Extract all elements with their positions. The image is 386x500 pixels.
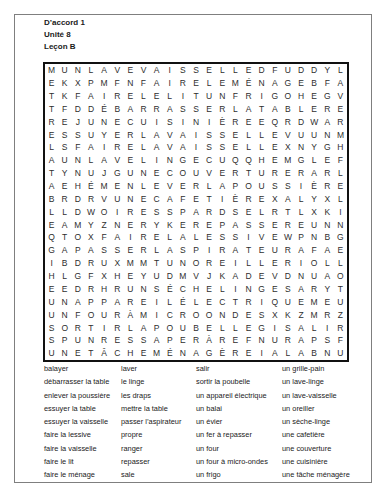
grid-cell-r9c5: J xyxy=(98,167,111,180)
word-item: faire la vaisselle xyxy=(44,442,121,455)
grid-cell-r3c23: V xyxy=(334,90,347,103)
grid-cell-r12c12: A xyxy=(189,206,202,219)
grid-cell-r12c16: E xyxy=(242,206,255,219)
grid-cell-r1c13: E xyxy=(203,64,216,77)
grid-cell-r6c17: L xyxy=(255,128,268,141)
grid-cell-r5c17: E xyxy=(255,115,268,128)
grid-cell-r17c10: D xyxy=(163,270,176,283)
grid-cell-r10c8: L xyxy=(137,180,150,193)
grid-cell-r23c14: È xyxy=(216,347,229,360)
grid-cell-r7c22: G xyxy=(321,141,334,154)
grid-cell-r19c23: U xyxy=(334,296,347,309)
grid-cell-r13c3: M xyxy=(71,218,84,231)
grid-cell-r14c10: L xyxy=(163,231,176,244)
grid-cell-r15c13: I xyxy=(203,244,216,257)
grid-cell-r20c2: N xyxy=(58,309,71,322)
grid-cell-r21c6: R xyxy=(111,321,124,334)
grid-cell-r17c15: A xyxy=(229,270,242,283)
grid-cell-r15c2: A xyxy=(58,244,71,257)
grid-cell-r20c10: C xyxy=(163,309,176,322)
grid-cell-r11c14: I xyxy=(216,193,229,206)
grid-cell-r20c17: S xyxy=(255,309,268,322)
grid-cell-r17c1: H xyxy=(45,270,58,283)
grid-cell-r5c7: C xyxy=(124,115,137,128)
grid-cell-r12c5: O xyxy=(98,206,111,219)
grid-cell-r4c4: D xyxy=(84,103,97,116)
grid-cell-r19c11: É xyxy=(176,296,189,309)
grid-cell-r17c8: Y xyxy=(137,270,150,283)
grid-cell-r20c22: R xyxy=(321,309,334,322)
grid-cell-r10c23: E xyxy=(334,180,347,193)
grid-cell-r23c9: M xyxy=(150,347,163,360)
grid-cell-r3c14: N xyxy=(216,90,229,103)
grid-cell-r19c22: E xyxy=(321,296,334,309)
grid-cell-r18c13: E xyxy=(203,283,216,296)
grid-cell-r5c10: S xyxy=(163,115,176,128)
grid-cell-r19c5: P xyxy=(98,296,111,309)
grid-cell-r10c10: V xyxy=(163,180,176,193)
grid-cell-r3c11: I xyxy=(176,90,189,103)
grid-cell-r15c15: A xyxy=(229,244,242,257)
grid-cell-r22c12: R xyxy=(189,334,202,347)
grid-cell-r12c14: D xyxy=(216,206,229,219)
grid-cell-r13c8: R xyxy=(137,218,150,231)
header-book-title: D’accord 1 xyxy=(44,17,85,29)
grid-cell-r13c16: S xyxy=(242,218,255,231)
grid-cell-r7c6: R xyxy=(111,141,124,154)
grid-cell-r22c21: P xyxy=(308,334,321,347)
grid-cell-r3c12: T xyxy=(189,90,202,103)
grid-cell-r8c19: M xyxy=(281,154,294,167)
grid-cell-r5c11: I xyxy=(176,115,189,128)
grid-cell-r5c12: N xyxy=(189,115,202,128)
word-list: balayerdébarrasser la tableenlever la po… xyxy=(44,362,350,482)
grid-cell-r14c2: T xyxy=(58,231,71,244)
grid-cell-r5c4: U xyxy=(84,115,97,128)
grid-cell-r20c7: À xyxy=(124,309,137,322)
grid-cell-r10c19: S xyxy=(281,180,294,193)
grid-cell-r21c7: L xyxy=(124,321,137,334)
word-item: un frigo xyxy=(196,468,282,481)
grid-cell-r7c9: A xyxy=(150,141,163,154)
grid-cell-r23c22: N xyxy=(321,347,334,360)
word-item: un oreiller xyxy=(282,402,350,415)
grid-cell-r5c19: R xyxy=(281,115,294,128)
grid-cell-r6c1: E xyxy=(45,128,58,141)
header-unit: Unité 8 xyxy=(44,29,85,41)
grid-cell-r20c11: R xyxy=(176,309,189,322)
grid-cell-r16c9: T xyxy=(150,257,163,270)
grid-cell-r4c1: T xyxy=(45,103,58,116)
grid-cell-r8c21: L xyxy=(308,154,321,167)
grid-cell-r1c5: A xyxy=(98,64,111,77)
grid-cell-r10c4: É xyxy=(84,180,97,193)
grid-cell-r9c7: U xyxy=(124,167,137,180)
grid-cell-r2c7: N xyxy=(124,77,137,90)
grid-cell-r21c19: S xyxy=(281,321,294,334)
word-item: enlever la poussière xyxy=(44,389,121,402)
grid-cell-r16c23: L xyxy=(334,257,347,270)
grid-cell-r8c20: G xyxy=(294,154,307,167)
grid-cell-r11c20: L xyxy=(294,193,307,206)
grid-cell-r14c5: F xyxy=(98,231,111,244)
grid-cell-r8c13: C xyxy=(203,154,216,167)
grid-cell-r17c21: U xyxy=(308,270,321,283)
word-search-grid: MUNLAVEVAISSELLEDFUDDYLEKXPMFNFAIRELEMÉN… xyxy=(43,62,349,362)
grid-cell-r10c18: S xyxy=(268,180,281,193)
grid-cell-r10c5: M xyxy=(98,180,111,193)
grid-cell-r2c11: R xyxy=(176,77,189,90)
grid-cell-r5c20: D xyxy=(294,115,307,128)
grid-cell-r3c8: L xyxy=(137,90,150,103)
word-item: un four xyxy=(196,442,282,455)
grid-cell-r19c14: C xyxy=(216,296,229,309)
grid-cell-r15c14: R xyxy=(216,244,229,257)
word-item: un lave-vaisselle xyxy=(282,389,350,402)
grid-cell-r2c23: A xyxy=(334,77,347,90)
grid-cell-r22c2: P xyxy=(58,334,71,347)
grid-cell-r9c10: C xyxy=(163,167,176,180)
grid-cell-r16c17: L xyxy=(255,257,268,270)
grid-cell-r15c3: P xyxy=(71,244,84,257)
grid-cell-r17c14: K xyxy=(216,270,229,283)
grid-cell-r5c5: N xyxy=(98,115,111,128)
grid-cell-r7c18: E xyxy=(268,141,281,154)
grid-cell-r20c21: M xyxy=(308,309,321,322)
grid-cell-r13c13: E xyxy=(203,218,216,231)
grid-cell-r18c9: S xyxy=(150,283,163,296)
grid-cell-r2c8: F xyxy=(137,77,150,90)
grid-cell-r23c2: N xyxy=(58,347,71,360)
grid-cell-r11c22: X xyxy=(321,193,334,206)
grid-cell-r7c4: A xyxy=(84,141,97,154)
word-item: balayer xyxy=(44,362,121,375)
grid-cell-r1c16: E xyxy=(242,64,255,77)
grid-cell-r5c9: I xyxy=(150,115,163,128)
grid-cell-r4c11: S xyxy=(176,103,189,116)
grid-cell-r11c16: R xyxy=(242,193,255,206)
grid-cell-r23c7: H xyxy=(124,347,137,360)
grid-cell-r1c17: D xyxy=(255,64,268,77)
grid-cell-r12c15: S xyxy=(229,206,242,219)
grid-cell-r17c20: N xyxy=(294,270,307,283)
grid-cell-r23c20: A xyxy=(294,347,307,360)
grid-cell-r6c3: S xyxy=(71,128,84,141)
grid-cell-r3c6: R xyxy=(111,90,124,103)
grid-cell-r1c9: A xyxy=(150,64,163,77)
grid-cell-r10c13: L xyxy=(203,180,216,193)
grid-cell-r11c6: U xyxy=(111,193,124,206)
word-item: débarrasser la table xyxy=(44,375,121,388)
grid-cell-r15c12: P xyxy=(189,244,202,257)
grid-cell-r2c17: N xyxy=(255,77,268,90)
grid-cell-r8c15: Q xyxy=(229,154,242,167)
grid-cell-r8c8: L xyxy=(137,154,150,167)
grid-cell-r9c11: O xyxy=(176,167,189,180)
grid-cell-r6c14: S xyxy=(216,128,229,141)
word-item: mettre la table xyxy=(121,402,196,415)
grid-cell-r9c2: Y xyxy=(58,167,71,180)
grid-cell-r9c4: U xyxy=(84,167,97,180)
grid-cell-r21c3: R xyxy=(71,321,84,334)
grid-cell-r22c10: P xyxy=(163,334,176,347)
grid-cell-r1c21: D xyxy=(308,64,321,77)
grid-cell-r1c6: V xyxy=(111,64,124,77)
grid-cell-r2c4: P xyxy=(84,77,97,90)
grid-cell-r1c19: U xyxy=(281,64,294,77)
grid-cell-r16c11: N xyxy=(176,257,189,270)
grid-cell-r18c6: R xyxy=(111,283,124,296)
grid-cell-r18c23: T xyxy=(334,283,347,296)
grid-cell-r22c22: S xyxy=(321,334,334,347)
grid-cell-r18c10: É xyxy=(163,283,176,296)
grid-cell-r3c1: T xyxy=(45,90,58,103)
grid-cell-r7c5: I xyxy=(98,141,111,154)
worksheet-header: D’accord 1 Unité 8 Leçon B xyxy=(44,17,85,53)
grid-cell-r21c4: T xyxy=(84,321,97,334)
grid-cell-r18c4: R xyxy=(84,283,97,296)
grid-cell-r23c17: I xyxy=(255,347,268,360)
grid-cell-r20c14: N xyxy=(216,309,229,322)
grid-cell-r19c13: E xyxy=(203,296,216,309)
grid-cell-r13c21: U xyxy=(308,218,321,231)
grid-cell-r6c8: L xyxy=(137,128,150,141)
grid-cell-r20c9: I xyxy=(150,309,163,322)
grid-cell-r2c20: E xyxy=(294,77,307,90)
grid-cell-r9c20: R xyxy=(294,167,307,180)
grid-cell-r2c21: B xyxy=(308,77,321,90)
word-item: sortir la poubelle xyxy=(196,375,282,388)
grid-cell-r5c14: È xyxy=(216,115,229,128)
grid-cell-r12c8: E xyxy=(137,206,150,219)
grid-cell-r14c9: E xyxy=(150,231,163,244)
grid-cell-r1c8: V xyxy=(137,64,150,77)
grid-cell-r17c2: L xyxy=(58,270,71,283)
grid-cell-r2c5: M xyxy=(98,77,111,90)
grid-cell-r8c5: A xyxy=(98,154,111,167)
grid-cell-r4c5: É xyxy=(98,103,111,116)
grid-cell-r19c9: I xyxy=(150,296,163,309)
grid-cell-r7c20: N xyxy=(294,141,307,154)
grid-cell-r16c18: E xyxy=(268,257,281,270)
grid-cell-r12c23: I xyxy=(334,206,347,219)
grid-cell-r10c20: I xyxy=(294,180,307,193)
grid-cell-r11c9: C xyxy=(150,193,163,206)
grid-cell-r16c2: B xyxy=(58,257,71,270)
worksheet-page: { "game": "word-search", "header": { "li… xyxy=(0,0,386,500)
grid-cell-r17c19: D xyxy=(281,270,294,283)
grid-cell-r6c10: V xyxy=(163,128,176,141)
grid-cell-r13c10: K xyxy=(163,218,176,231)
grid-cell-r6c5: Y xyxy=(98,128,111,141)
grid-cell-r19c20: E xyxy=(294,296,307,309)
grid-cell-r7c12: I xyxy=(189,141,202,154)
grid-cell-r6c11: A xyxy=(176,128,189,141)
grid-cell-r2c2: K xyxy=(58,77,71,90)
grid-cell-r14c6: A xyxy=(111,231,124,244)
grid-cell-r17c16: D xyxy=(242,270,255,283)
grid-cell-r2c12: E xyxy=(189,77,202,90)
grid-cell-r12c11: P xyxy=(176,206,189,219)
grid-cell-r23c23: U xyxy=(334,347,347,360)
grid-cell-r17c6: H xyxy=(111,270,124,283)
grid-cell-r19c6: A xyxy=(111,296,124,309)
grid-cell-r22c19: R xyxy=(281,334,294,347)
grid-cell-r21c22: I xyxy=(321,321,334,334)
grid-cell-r13c5: Z xyxy=(98,218,111,231)
grid-cell-r1c22: Y xyxy=(321,64,334,77)
grid-cell-r9c14: E xyxy=(216,167,229,180)
grid-cell-r22c7: S xyxy=(124,334,137,347)
grid-cell-r12c17: L xyxy=(255,206,268,219)
grid-cell-r18c15: I xyxy=(229,283,242,296)
grid-cell-r16c14: E xyxy=(216,257,229,270)
grid-cell-r2c22: F xyxy=(321,77,334,90)
grid-cell-r19c12: L xyxy=(189,296,202,309)
grid-cell-r19c3: A xyxy=(71,296,84,309)
grid-cell-r7c10: V xyxy=(163,141,176,154)
grid-cell-r4c10: A xyxy=(163,103,176,116)
grid-cell-r7c16: L xyxy=(242,141,255,154)
grid-cell-r12c22: K xyxy=(321,206,334,219)
grid-cell-r11c13: T xyxy=(203,193,216,206)
grid-cell-r13c17: S xyxy=(255,218,268,231)
grid-cell-r14c19: W xyxy=(281,231,294,244)
word-list-column-4: un grille-painun lave-lingeun lave-vaiss… xyxy=(282,362,350,482)
grid-cell-r14c8: R xyxy=(137,231,150,244)
grid-cell-r20c23: Z xyxy=(334,309,347,322)
grid-cell-r1c3: N xyxy=(71,64,84,77)
grid-cell-r1c23: L xyxy=(334,64,347,77)
grid-cell-r14c18: E xyxy=(268,231,281,244)
grid-cell-r18c16: N xyxy=(242,283,255,296)
grid-cell-r8c18: E xyxy=(268,154,281,167)
grid-cell-r9c23: L xyxy=(334,167,347,180)
grid-cell-r10c17: U xyxy=(255,180,268,193)
grid-cell-r6c16: L xyxy=(242,128,255,141)
grid-cell-r14c12: L xyxy=(189,231,202,244)
grid-cell-r23c5: Â xyxy=(98,347,111,360)
grid-cell-r2c3: X xyxy=(71,77,84,90)
grid-cell-r18c5: H xyxy=(98,283,111,296)
grid-cell-r16c22: L xyxy=(321,257,334,270)
grid-cell-r9c17: U xyxy=(255,167,268,180)
grid-cell-r5c3: J xyxy=(71,115,84,128)
word-item: une cafetière xyxy=(282,428,350,441)
grid-cell-r20c12: O xyxy=(189,309,202,322)
grid-cell-r17c13: J xyxy=(203,270,216,283)
grid-cell-r4c3: D xyxy=(71,103,84,116)
word-item: faire le ménage xyxy=(44,468,121,481)
grid-cell-r19c4: P xyxy=(84,296,97,309)
grid-cell-r6c15: E xyxy=(229,128,242,141)
grid-cell-r6c4: U xyxy=(84,128,97,141)
grid-cell-r11c23: L xyxy=(334,193,347,206)
grid-cell-r11c4: R xyxy=(84,193,97,206)
grid-cell-r19c15: T xyxy=(229,296,242,309)
grid-cell-r8c22: E xyxy=(321,154,334,167)
grid-cell-r2c18: A xyxy=(268,77,281,90)
grid-cell-r22c4: N xyxy=(84,334,97,347)
grid-cell-r4c16: A xyxy=(242,103,255,116)
grid-cell-r8c6: V xyxy=(111,154,124,167)
grid-cell-r16c3: D xyxy=(71,257,84,270)
grid-cell-r22c14: R xyxy=(216,334,229,347)
grid-cell-r19c2: N xyxy=(58,296,71,309)
grid-cell-r9c6: G xyxy=(111,167,124,180)
grid-cell-r16c20: I xyxy=(294,257,307,270)
grid-cell-r20c6: R xyxy=(111,309,124,322)
grid-cell-r8c2: U xyxy=(58,154,71,167)
grid-cell-r5c8: U xyxy=(137,115,150,128)
grid-cell-r13c19: R xyxy=(281,218,294,231)
grid-cell-r3c22: G xyxy=(321,90,334,103)
grid-cell-r18c19: S xyxy=(281,283,294,296)
grid-cell-r6c23: M xyxy=(334,128,347,141)
grid-cell-r7c7: E xyxy=(124,141,137,154)
word-item: un fer à repasser xyxy=(196,428,282,441)
grid-cell-r15c9: L xyxy=(150,244,163,257)
grid-cell-r13c11: E xyxy=(176,218,189,231)
grid-cell-r9c9: E xyxy=(150,167,163,180)
grid-cell-r21c18: I xyxy=(268,321,281,334)
grid-cell-r9c22: R xyxy=(321,167,334,180)
grid-cell-r4c2: F xyxy=(58,103,71,116)
grid-cell-r4c21: E xyxy=(308,103,321,116)
word-item: faire le lit xyxy=(44,455,121,468)
grid-cell-r12c2: L xyxy=(58,206,71,219)
grid-cell-r1c11: S xyxy=(176,64,189,77)
grid-cell-r14c17: V xyxy=(255,231,268,244)
grid-cell-r3c2: K xyxy=(58,90,71,103)
word-item: le linge xyxy=(121,375,196,388)
grid-cell-r17c5: X xyxy=(98,270,111,283)
word-item: un évier xyxy=(196,415,282,428)
grid-cell-r16c5: U xyxy=(98,257,111,270)
word-item: un four à micro-ondes xyxy=(196,455,282,468)
grid-cell-r6c19: V xyxy=(281,128,294,141)
grid-cell-r8c23: F xyxy=(334,154,347,167)
grid-cell-r12c19: T xyxy=(281,206,294,219)
grid-cell-r16c16: L xyxy=(242,257,255,270)
grid-cell-r7c1: L xyxy=(45,141,58,154)
grid-cell-r20c13: O xyxy=(203,309,216,322)
grid-cell-r15c8: R xyxy=(137,244,150,257)
grid-cell-r6c2: S xyxy=(58,128,71,141)
grid-cell-r10c16: O xyxy=(242,180,255,193)
grid-cell-r14c16: I xyxy=(242,231,255,244)
grid-cell-r4c13: E xyxy=(203,103,216,116)
grid-cell-r17c11: M xyxy=(176,270,189,283)
grid-cell-r1c4: L xyxy=(84,64,97,77)
grid-cell-r21c2: O xyxy=(58,321,71,334)
grid-cell-r6c13: S xyxy=(203,128,216,141)
word-item: laver xyxy=(121,362,196,375)
grid-cell-r11c21: Y xyxy=(308,193,321,206)
grid-cell-r21c15: L xyxy=(229,321,242,334)
grid-cell-r6c12: I xyxy=(189,128,202,141)
grid-cell-r4c19: B xyxy=(281,103,294,116)
grid-cell-r18c21: R xyxy=(308,283,321,296)
grid-cell-r13c2: A xyxy=(58,218,71,231)
grid-cell-r17c3: G xyxy=(71,270,84,283)
grid-cell-r4c14: R xyxy=(216,103,229,116)
word-item: une tâche ménagère xyxy=(282,468,350,481)
grid-cell-r18c22: Y xyxy=(321,283,334,296)
word-item: propre xyxy=(121,428,196,441)
word-list-column-3: salirsortir la poubelleun appareil élect… xyxy=(196,362,282,482)
grid-cell-r20c3: F xyxy=(71,309,84,322)
